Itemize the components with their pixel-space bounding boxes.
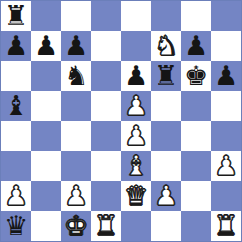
white-king[interactable]: ♚︎	[64, 212, 88, 239]
white-rook[interactable]: ♜︎	[94, 212, 118, 239]
square-e5[interactable]: ♟︎	[121, 91, 151, 121]
square-c5[interactable]	[61, 91, 91, 121]
square-c8[interactable]	[61, 1, 91, 31]
square-d4[interactable]	[91, 121, 121, 151]
square-g3[interactable]	[181, 151, 211, 181]
white-rook[interactable]: ♜︎	[214, 212, 238, 239]
square-a2[interactable]: ♟︎	[1, 181, 31, 211]
square-e1[interactable]	[121, 211, 151, 241]
white-knight[interactable]: ♞︎	[154, 32, 178, 59]
square-f6[interactable]: ♜︎	[151, 61, 181, 91]
square-g5[interactable]	[181, 91, 211, 121]
square-d8[interactable]	[91, 1, 121, 31]
square-h4[interactable]	[211, 121, 241, 151]
square-g8[interactable]	[181, 1, 211, 31]
square-e6[interactable]: ♟︎	[121, 61, 151, 91]
square-a1[interactable]: ♛︎	[1, 211, 31, 241]
square-g4[interactable]	[181, 121, 211, 151]
black-rook[interactable]: ♜︎	[4, 2, 28, 29]
black-pawn[interactable]: ♟︎	[184, 32, 208, 59]
square-b4[interactable]	[31, 121, 61, 151]
square-c2[interactable]: ♟︎	[61, 181, 91, 211]
square-h2[interactable]	[211, 181, 241, 211]
white-pawn[interactable]: ♟︎	[214, 152, 238, 179]
square-c1[interactable]: ♚︎	[61, 211, 91, 241]
square-h5[interactable]	[211, 91, 241, 121]
square-e7[interactable]	[121, 31, 151, 61]
square-h1[interactable]: ♜︎	[211, 211, 241, 241]
square-b7[interactable]: ♟︎	[31, 31, 61, 61]
square-g2[interactable]	[181, 181, 211, 211]
white-pawn[interactable]: ♟︎	[4, 182, 28, 209]
square-e2[interactable]: ♛︎	[121, 181, 151, 211]
black-pawn[interactable]: ♟︎	[64, 32, 88, 59]
square-d6[interactable]	[91, 61, 121, 91]
square-f2[interactable]: ♟︎	[151, 181, 181, 211]
square-d2[interactable]	[91, 181, 121, 211]
square-e3[interactable]: ♝︎	[121, 151, 151, 181]
black-pawn[interactable]: ♟︎	[214, 62, 238, 89]
square-e8[interactable]	[121, 1, 151, 31]
square-b3[interactable]	[31, 151, 61, 181]
square-f8[interactable]	[151, 1, 181, 31]
square-a4[interactable]	[1, 121, 31, 151]
black-knight[interactable]: ♞︎	[64, 62, 88, 89]
white-pawn[interactable]: ♟︎	[124, 122, 148, 149]
black-pawn[interactable]: ♟︎	[34, 32, 58, 59]
square-f3[interactable]	[151, 151, 181, 181]
square-h3[interactable]: ♟︎	[211, 151, 241, 181]
square-h8[interactable]	[211, 1, 241, 31]
square-d1[interactable]: ♜︎	[91, 211, 121, 241]
square-b6[interactable]	[31, 61, 61, 91]
square-e4[interactable]: ♟︎	[121, 121, 151, 151]
square-h7[interactable]	[211, 31, 241, 61]
square-a8[interactable]: ♜︎	[1, 1, 31, 31]
square-f5[interactable]	[151, 91, 181, 121]
white-bishop[interactable]: ♝︎	[124, 152, 148, 179]
square-d7[interactable]	[91, 31, 121, 61]
square-a3[interactable]	[1, 151, 31, 181]
white-queen[interactable]: ♛︎	[124, 182, 148, 209]
square-g6[interactable]: ♚︎	[181, 61, 211, 91]
square-b5[interactable]	[31, 91, 61, 121]
white-pawn[interactable]: ♟︎	[154, 182, 178, 209]
white-pawn[interactable]: ♟︎	[124, 92, 148, 119]
square-b2[interactable]	[31, 181, 61, 211]
square-g1[interactable]	[181, 211, 211, 241]
black-queen[interactable]: ♛︎	[4, 212, 28, 239]
square-f4[interactable]	[151, 121, 181, 151]
black-rook[interactable]: ♜︎	[154, 62, 178, 89]
square-a5[interactable]: ♝︎	[1, 91, 31, 121]
chess-board: ♜︎♟︎♟︎♟︎♞︎♟︎♞︎♟︎♜︎♚︎♟︎♝︎♟︎♟︎♝︎♟︎♟︎♟︎♛︎♟︎…	[0, 0, 242, 242]
square-g7[interactable]: ♟︎	[181, 31, 211, 61]
square-c6[interactable]: ♞︎	[61, 61, 91, 91]
square-c4[interactable]	[61, 121, 91, 151]
square-d5[interactable]	[91, 91, 121, 121]
black-pawn[interactable]: ♟︎	[4, 32, 28, 59]
square-d3[interactable]	[91, 151, 121, 181]
square-b8[interactable]	[31, 1, 61, 31]
white-pawn[interactable]: ♟︎	[64, 182, 88, 209]
black-king[interactable]: ♚︎	[184, 62, 208, 89]
square-c3[interactable]	[61, 151, 91, 181]
square-a7[interactable]: ♟︎	[1, 31, 31, 61]
square-a6[interactable]	[1, 61, 31, 91]
square-b1[interactable]	[31, 211, 61, 241]
black-bishop[interactable]: ♝︎	[4, 92, 28, 119]
square-h6[interactable]: ♟︎	[211, 61, 241, 91]
square-f7[interactable]: ♞︎	[151, 31, 181, 61]
black-pawn[interactable]: ♟︎	[124, 62, 148, 89]
square-c7[interactable]: ♟︎	[61, 31, 91, 61]
square-f1[interactable]	[151, 211, 181, 241]
